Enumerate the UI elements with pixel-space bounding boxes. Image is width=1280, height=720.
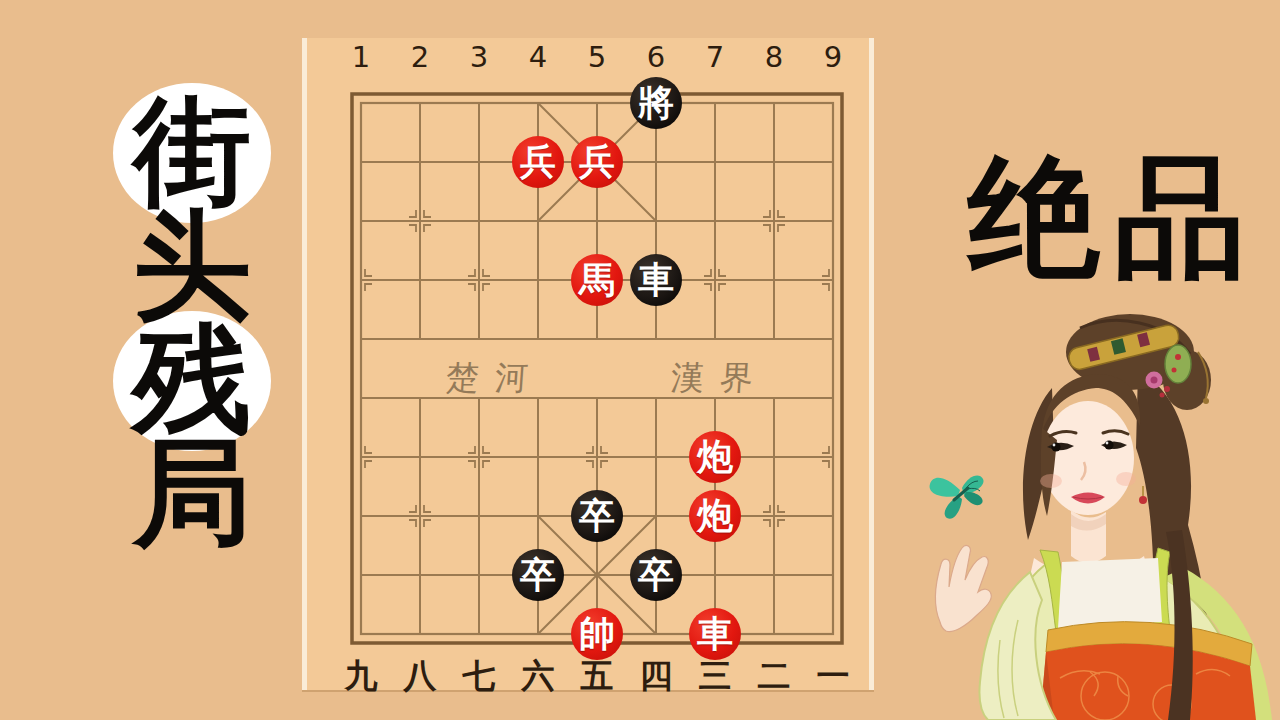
file-numeral-label: 五 — [575, 658, 619, 694]
river-label-right: 漢界 — [623, 359, 802, 397]
arm — [936, 546, 1056, 720]
file-number-label: 5 — [575, 39, 619, 75]
piece-black-soldier[interactable]: 卒 — [571, 490, 623, 542]
left-title-char-1: 街 — [110, 96, 274, 210]
file-numeral-label: 七 — [457, 658, 501, 694]
file-numeral-label: 一 — [811, 658, 855, 694]
file-number-label: 3 — [457, 39, 501, 75]
piece-black-soldier[interactable]: 卒 — [512, 549, 564, 601]
file-numeral-label: 三 — [693, 658, 737, 694]
title-char: 头 — [133, 210, 251, 324]
file-number-label: 1 — [339, 39, 383, 75]
file-number-label: 2 — [398, 39, 442, 75]
file-numeral-label: 二 — [752, 658, 796, 694]
file-number-label: 9 — [811, 39, 855, 75]
file-numeral-label: 六 — [516, 658, 560, 694]
file-number-label: 7 — [693, 39, 737, 75]
left-title: 街 头 残 局 — [110, 96, 274, 552]
file-numeral-label: 八 — [398, 658, 442, 694]
left-title-char-3: 残 — [110, 324, 274, 438]
butterfly-icon — [930, 476, 984, 519]
piece-red-general[interactable]: 帥 — [571, 608, 623, 660]
right-title: 绝品 — [962, 148, 1252, 290]
piece-black-chariot[interactable]: 車 — [630, 254, 682, 306]
file-number-label: 6 — [634, 39, 678, 75]
board-panel: 楚河 漢界 123456789 九八七六五四三二一 將兵兵馬車炮卒炮卒卒帥車 — [302, 38, 874, 692]
file-numeral-label: 九 — [339, 658, 383, 694]
piece-black-soldier[interactable]: 卒 — [630, 549, 682, 601]
piece-red-cannon[interactable]: 炮 — [689, 431, 741, 483]
file-number-label: 4 — [516, 39, 560, 75]
left-title-char-2: 头 — [110, 210, 274, 324]
hair-strand — [1166, 530, 1193, 720]
piece-red-cannon[interactable]: 炮 — [689, 490, 741, 542]
title-char: 残 — [133, 324, 251, 438]
left-title-char-4: 局 — [110, 438, 274, 552]
hair-ornament — [1067, 323, 1181, 371]
piece-red-chariot[interactable]: 車 — [689, 608, 741, 660]
piece-red-soldier[interactable]: 兵 — [512, 136, 564, 188]
face — [1040, 374, 1147, 516]
title-char: 局 — [133, 438, 251, 552]
hair — [1023, 314, 1211, 720]
piece-black-general[interactable]: 將 — [630, 77, 682, 129]
robe — [992, 548, 1272, 720]
piece-red-soldier[interactable]: 兵 — [571, 136, 623, 188]
title-char: 街 — [133, 96, 251, 210]
woman-illustration — [900, 300, 1280, 720]
river-label-left: 楚河 — [398, 359, 577, 397]
neck — [1022, 510, 1158, 612]
file-number-label: 8 — [752, 39, 796, 75]
thumbnail-stage: 街 头 残 局 绝品 楚河 漢界 123456789 九八七六五四三二一 將兵兵… — [0, 0, 1280, 720]
file-numeral-label: 四 — [634, 658, 678, 694]
piece-red-horse[interactable]: 馬 — [571, 254, 623, 306]
hairpin — [1146, 345, 1210, 404]
